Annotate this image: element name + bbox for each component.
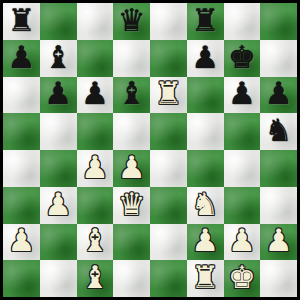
square-h8[interactable] [260, 3, 297, 40]
square-d6[interactable]: ♝ [113, 77, 150, 114]
piece-white-pawn: ♟ [265, 225, 293, 256]
square-e4[interactable] [150, 150, 187, 187]
square-d4[interactable]: ♟ [113, 150, 150, 187]
piece-white-knight: ♞ [191, 189, 219, 220]
square-a8[interactable]: ♜ [3, 3, 40, 40]
square-e5[interactable] [150, 113, 187, 150]
square-c4[interactable]: ♟ [77, 150, 114, 187]
square-b5[interactable] [40, 113, 77, 150]
square-f3[interactable]: ♞ [187, 187, 224, 224]
piece-black-pawn: ♟ [265, 78, 293, 109]
piece-black-pawn: ♟ [81, 78, 109, 109]
piece-black-rook: ♜ [191, 5, 219, 36]
square-f6[interactable] [187, 77, 224, 114]
piece-white-pawn: ♟ [44, 189, 72, 220]
piece-white-pawn: ♟ [228, 225, 256, 256]
piece-black-bishop: ♝ [118, 78, 146, 109]
square-h3[interactable] [260, 187, 297, 224]
square-f4[interactable] [187, 150, 224, 187]
square-e7[interactable] [150, 40, 187, 77]
piece-black-knight: ♞ [265, 115, 293, 146]
square-c6[interactable]: ♟ [77, 77, 114, 114]
square-f2[interactable]: ♟ [187, 224, 224, 261]
square-g2[interactable]: ♟ [224, 224, 261, 261]
square-f1[interactable]: ♜ [187, 260, 224, 297]
square-b8[interactable] [40, 3, 77, 40]
square-b6[interactable]: ♟ [40, 77, 77, 114]
piece-white-queen: ♛ [118, 189, 146, 220]
square-a3[interactable] [3, 187, 40, 224]
piece-white-pawn: ♟ [191, 225, 219, 256]
square-a2[interactable]: ♟ [3, 224, 40, 261]
square-b4[interactable] [40, 150, 77, 187]
board-frame: ♜♛♜♟♝♟♚♟♟♝♜♟♟♞♟♟♟♛♞♟♝♟♟♟♝♜♚ [0, 0, 300, 300]
square-c7[interactable] [77, 40, 114, 77]
piece-white-bishop: ♝ [81, 225, 109, 256]
square-h2[interactable]: ♟ [260, 224, 297, 261]
square-g5[interactable] [224, 113, 261, 150]
piece-white-bishop: ♝ [81, 262, 109, 293]
piece-white-pawn: ♟ [118, 152, 146, 183]
square-g8[interactable] [224, 3, 261, 40]
square-c2[interactable]: ♝ [77, 224, 114, 261]
square-g4[interactable] [224, 150, 261, 187]
square-a7[interactable]: ♟ [3, 40, 40, 77]
square-e1[interactable] [150, 260, 187, 297]
square-f5[interactable] [187, 113, 224, 150]
square-e8[interactable] [150, 3, 187, 40]
square-f8[interactable]: ♜ [187, 3, 224, 40]
square-d7[interactable] [113, 40, 150, 77]
square-e2[interactable] [150, 224, 187, 261]
square-a4[interactable] [3, 150, 40, 187]
square-e3[interactable] [150, 187, 187, 224]
square-f7[interactable]: ♟ [187, 40, 224, 77]
piece-white-king: ♚ [228, 262, 256, 293]
square-d1[interactable] [113, 260, 150, 297]
square-d3[interactable]: ♛ [113, 187, 150, 224]
piece-black-rook: ♜ [7, 5, 35, 36]
piece-black-queen: ♛ [118, 5, 146, 36]
square-d2[interactable] [113, 224, 150, 261]
square-b7[interactable]: ♝ [40, 40, 77, 77]
square-a6[interactable] [3, 77, 40, 114]
piece-white-pawn: ♟ [81, 152, 109, 183]
piece-white-rook: ♜ [191, 262, 219, 293]
square-g7[interactable]: ♚ [224, 40, 261, 77]
piece-black-pawn: ♟ [44, 78, 72, 109]
square-h6[interactable]: ♟ [260, 77, 297, 114]
square-d8[interactable]: ♛ [113, 3, 150, 40]
square-c8[interactable] [77, 3, 114, 40]
square-h4[interactable] [260, 150, 297, 187]
square-h5[interactable]: ♞ [260, 113, 297, 150]
piece-white-rook: ♜ [154, 78, 182, 109]
square-h7[interactable] [260, 40, 297, 77]
square-g6[interactable]: ♟ [224, 77, 261, 114]
piece-white-pawn: ♟ [7, 225, 35, 256]
square-b3[interactable]: ♟ [40, 187, 77, 224]
piece-black-pawn: ♟ [191, 42, 219, 73]
square-c3[interactable] [77, 187, 114, 224]
square-g1[interactable]: ♚ [224, 260, 261, 297]
square-b1[interactable] [40, 260, 77, 297]
square-b2[interactable] [40, 224, 77, 261]
square-g3[interactable] [224, 187, 261, 224]
square-d5[interactable] [113, 113, 150, 150]
piece-black-bishop: ♝ [44, 42, 72, 73]
square-e6[interactable]: ♜ [150, 77, 187, 114]
piece-black-pawn: ♟ [228, 78, 256, 109]
piece-black-king: ♚ [228, 42, 256, 73]
square-a1[interactable] [3, 260, 40, 297]
square-c5[interactable] [77, 113, 114, 150]
square-c1[interactable]: ♝ [77, 260, 114, 297]
piece-black-pawn: ♟ [7, 42, 35, 73]
square-h1[interactable] [260, 260, 297, 297]
chess-board: ♜♛♜♟♝♟♚♟♟♝♜♟♟♞♟♟♟♛♞♟♝♟♟♟♝♜♚ [3, 3, 297, 297]
square-a5[interactable] [3, 113, 40, 150]
